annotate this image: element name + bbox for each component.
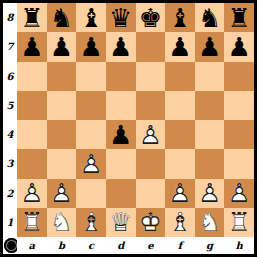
square-e5[interactable] [136, 91, 166, 120]
white-pawn[interactable]: ♟♙ [76, 149, 106, 178]
square-d6[interactable] [106, 62, 136, 91]
white-pawn[interactable]: ♟♙ [224, 179, 254, 208]
piece-glyph: ♟ [17, 32, 47, 61]
piece-outline-glyph: ♔ [136, 208, 166, 237]
white-pawn[interactable]: ♟♙ [17, 179, 47, 208]
white-king[interactable]: ♚♔ [136, 208, 166, 237]
piece-glyph: ♜ [224, 3, 254, 32]
square-a2[interactable]: ♟♙ [17, 179, 47, 208]
piece-outline-glyph: ♕ [106, 208, 136, 237]
square-f6[interactable] [165, 62, 195, 91]
square-c8[interactable]: ♝ [76, 3, 106, 32]
square-h1[interactable]: ♜♖ [224, 208, 254, 237]
square-a6[interactable] [17, 62, 47, 91]
piece-glyph: ♟ [165, 32, 195, 61]
square-e4[interactable]: ♟♙ [136, 120, 166, 149]
square-e1[interactable]: ♚♔ [136, 208, 166, 237]
square-b1[interactable]: ♞♘ [47, 208, 77, 237]
square-d5[interactable] [106, 91, 136, 120]
white-knight[interactable]: ♞♘ [195, 208, 225, 237]
piece-outline-glyph: ♙ [224, 179, 254, 208]
black-pawn[interactable]: ♟ [106, 120, 136, 149]
square-c5[interactable] [76, 91, 106, 120]
square-g2[interactable]: ♟♙ [195, 179, 225, 208]
square-c3[interactable]: ♟♙ [76, 149, 106, 178]
white-queen[interactable]: ♛♕ [106, 208, 136, 237]
square-h6[interactable] [224, 62, 254, 91]
chess-diagram: 8♜♞♝♛♚♝♞♜7♟♟♟♟♟♟♟654♟♟♙3♟♙2♟♙♟♙♟♙♟♙♟♙1♜♖… [0, 0, 257, 257]
square-f1[interactable]: ♝♗ [165, 208, 195, 237]
square-d4[interactable]: ♟ [106, 120, 136, 149]
square-c2[interactable] [76, 179, 106, 208]
piece-glyph: ♞ [47, 3, 77, 32]
square-g3[interactable] [195, 149, 225, 178]
piece-outline-glyph: ♙ [76, 149, 106, 178]
square-b7[interactable]: ♟ [47, 32, 77, 61]
piece-outline-glyph: ♗ [76, 208, 106, 237]
board-grid: 8♜♞♝♛♚♝♞♜7♟♟♟♟♟♟♟654♟♟♙3♟♙2♟♙♟♙♟♙♟♙♟♙1♜♖… [3, 3, 254, 254]
white-bishop[interactable]: ♝♗ [76, 208, 106, 237]
piece-glyph: ♟ [224, 32, 254, 61]
white-pawn[interactable]: ♟♙ [136, 120, 166, 149]
piece-glyph: ♜ [17, 3, 47, 32]
black-queen[interactable]: ♛ [106, 3, 136, 32]
rank-label-5: 5 [3, 91, 17, 120]
piece-glyph: ♟ [47, 32, 77, 61]
black-rook[interactable]: ♜ [224, 3, 254, 32]
rank-label-1: 1 [3, 208, 17, 237]
corner-cell [3, 237, 17, 254]
square-b6[interactable] [47, 62, 77, 91]
square-g6[interactable] [195, 62, 225, 91]
square-e6[interactable] [136, 62, 166, 91]
piece-outline-glyph: ♙ [165, 179, 195, 208]
black-pawn[interactable]: ♟ [106, 32, 136, 61]
file-label-h: h [224, 237, 254, 254]
square-b2[interactable]: ♟♙ [47, 179, 77, 208]
square-d1[interactable]: ♛♕ [106, 208, 136, 237]
black-pawn[interactable]: ♟ [47, 32, 77, 61]
black-knight[interactable]: ♞ [195, 3, 225, 32]
square-f2[interactable]: ♟♙ [165, 179, 195, 208]
square-e3[interactable] [136, 149, 166, 178]
file-label-f: f [165, 237, 195, 254]
piece-glyph: ♛ [106, 3, 136, 32]
square-f8[interactable]: ♝ [165, 3, 195, 32]
square-g5[interactable] [195, 91, 225, 120]
file-label-d: d [106, 237, 136, 254]
file-label-c: c [76, 237, 106, 254]
square-a4[interactable] [17, 120, 47, 149]
piece-glyph: ♚ [136, 3, 166, 32]
square-h5[interactable] [224, 91, 254, 120]
square-d8[interactable]: ♛ [106, 3, 136, 32]
white-pawn[interactable]: ♟♙ [195, 179, 225, 208]
rank-label-4: 4 [3, 120, 17, 149]
black-bishop[interactable]: ♝ [165, 3, 195, 32]
square-c7[interactable]: ♟ [76, 32, 106, 61]
square-f7[interactable]: ♟ [165, 32, 195, 61]
black-king[interactable]: ♚ [136, 3, 166, 32]
piece-glyph: ♟ [106, 32, 136, 61]
square-b3[interactable] [47, 149, 77, 178]
white-rook[interactable]: ♜♖ [17, 208, 47, 237]
white-rook[interactable]: ♜♖ [224, 208, 254, 237]
piece-glyph: ♟ [106, 120, 136, 149]
square-c6[interactable] [76, 62, 106, 91]
square-h2[interactable]: ♟♙ [224, 179, 254, 208]
square-c1[interactable]: ♝♗ [76, 208, 106, 237]
piece-glyph: ♞ [195, 3, 225, 32]
piece-outline-glyph: ♙ [47, 179, 77, 208]
piece-outline-glyph: ♖ [17, 208, 47, 237]
rank-label-8: 8 [3, 3, 17, 32]
black-knight[interactable]: ♞ [47, 3, 77, 32]
black-pawn[interactable]: ♟ [224, 32, 254, 61]
white-pawn[interactable]: ♟♙ [47, 179, 77, 208]
square-d3[interactable] [106, 149, 136, 178]
square-c4[interactable] [76, 120, 106, 149]
square-g1[interactable]: ♞♘ [195, 208, 225, 237]
white-bishop[interactable]: ♝♗ [165, 208, 195, 237]
square-d2[interactable] [106, 179, 136, 208]
square-g4[interactable] [195, 120, 225, 149]
square-a3[interactable] [17, 149, 47, 178]
square-e2[interactable] [136, 179, 166, 208]
square-a5[interactable] [17, 91, 47, 120]
square-f3[interactable] [165, 149, 195, 178]
piece-glyph: ♝ [165, 3, 195, 32]
square-g8[interactable]: ♞ [195, 3, 225, 32]
piece-glyph: ♟ [76, 32, 106, 61]
square-a8[interactable]: ♜ [17, 3, 47, 32]
white-knight[interactable]: ♞♘ [47, 208, 77, 237]
piece-glyph: ♟ [195, 32, 225, 61]
rank-label-3: 3 [3, 149, 17, 178]
square-e7[interactable] [136, 32, 166, 61]
file-label-g: g [195, 237, 225, 254]
square-h7[interactable]: ♟ [224, 32, 254, 61]
piece-outline-glyph: ♘ [47, 208, 77, 237]
rank-label-6: 6 [3, 62, 17, 91]
piece-outline-glyph: ♗ [165, 208, 195, 237]
black-pawn[interactable]: ♟ [195, 32, 225, 61]
square-a7[interactable]: ♟ [17, 32, 47, 61]
square-b8[interactable]: ♞ [47, 3, 77, 32]
black-pawn[interactable]: ♟ [165, 32, 195, 61]
square-g7[interactable]: ♟ [195, 32, 225, 61]
piece-outline-glyph: ♙ [136, 120, 166, 149]
square-d7[interactable]: ♟ [106, 32, 136, 61]
black-bishop[interactable]: ♝ [76, 3, 106, 32]
black-rook[interactable]: ♜ [17, 3, 47, 32]
file-label-a: a [17, 237, 47, 254]
white-pawn[interactable]: ♟♙ [165, 179, 195, 208]
rank-label-2: 2 [3, 179, 17, 208]
file-label-e: e [136, 237, 166, 254]
rank-label-7: 7 [3, 32, 17, 61]
square-f5[interactable] [165, 91, 195, 120]
square-h4[interactable] [224, 120, 254, 149]
piece-glyph: ♝ [76, 3, 106, 32]
square-h3[interactable] [224, 149, 254, 178]
square-b4[interactable] [47, 120, 77, 149]
piece-outline-glyph: ♘ [195, 208, 225, 237]
piece-outline-glyph: ♙ [17, 179, 47, 208]
square-f4[interactable] [165, 120, 195, 149]
square-h8[interactable]: ♜ [224, 3, 254, 32]
square-e8[interactable]: ♚ [136, 3, 166, 32]
piece-outline-glyph: ♙ [195, 179, 225, 208]
black-pawn[interactable]: ♟ [76, 32, 106, 61]
square-b5[interactable] [47, 91, 77, 120]
piece-outline-glyph: ♖ [224, 208, 254, 237]
file-label-b: b [47, 237, 77, 254]
square-a1[interactable]: ♜♖ [17, 208, 47, 237]
black-pawn[interactable]: ♟ [17, 32, 47, 61]
